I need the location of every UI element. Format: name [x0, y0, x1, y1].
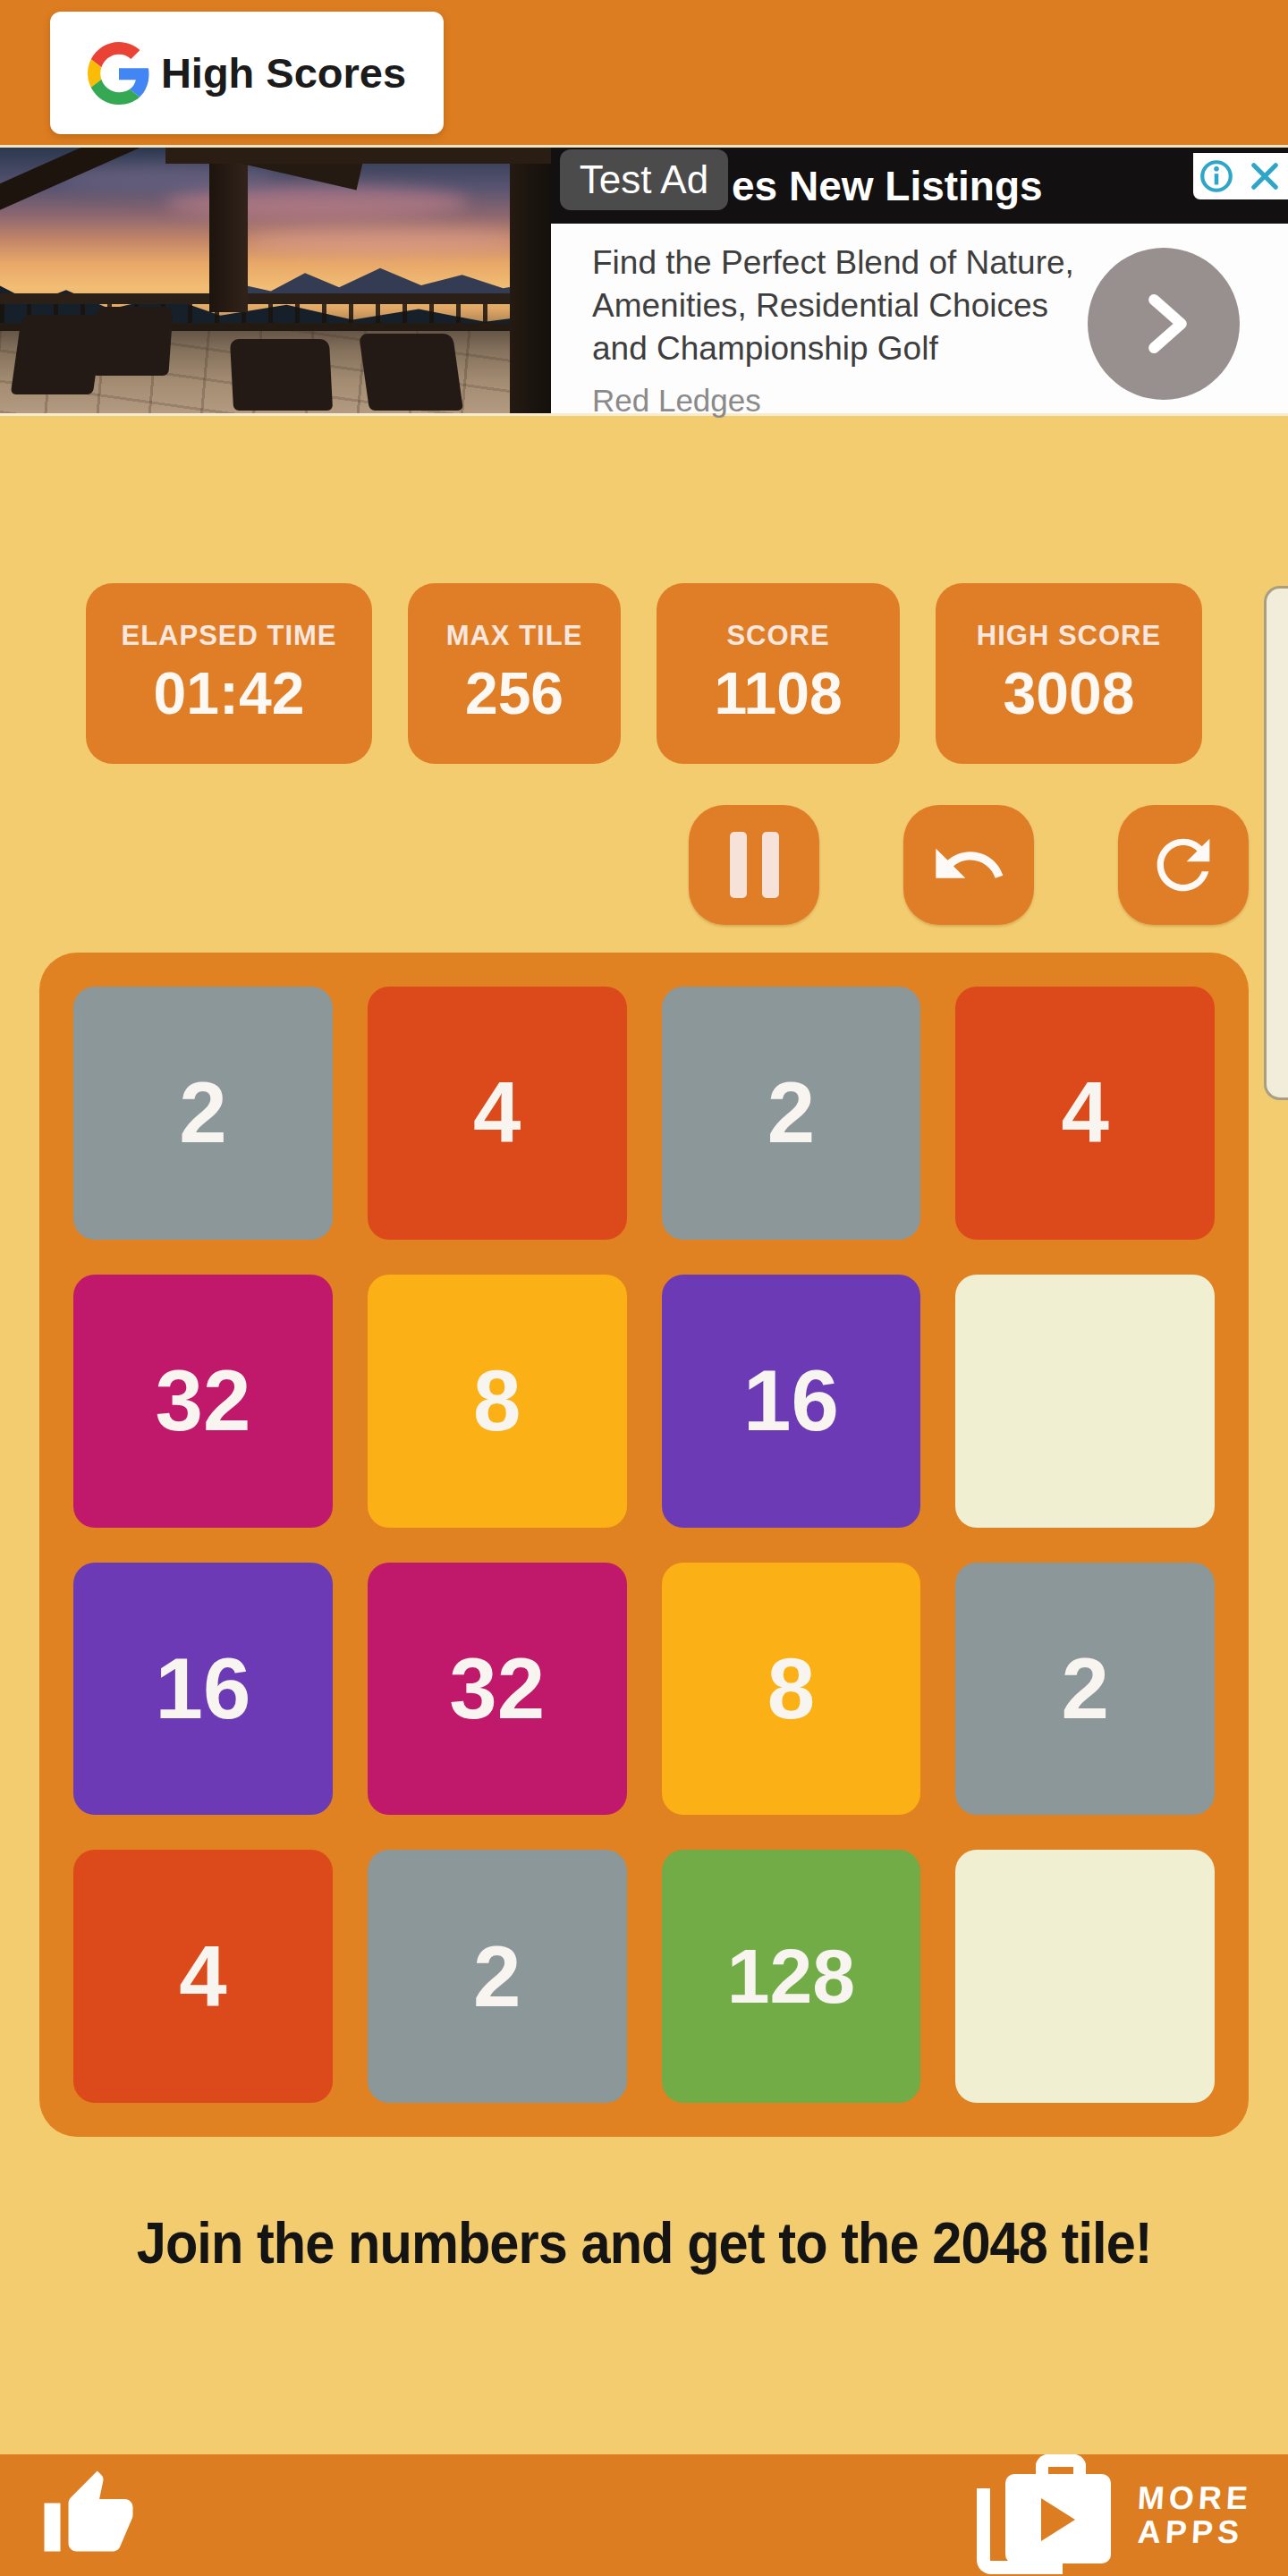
tile-4: 4 [955, 987, 1215, 1240]
test-ad-badge: Test Ad [560, 149, 728, 210]
tile-value: 4 [473, 1063, 521, 1162]
tile-value: 8 [473, 1352, 521, 1450]
ad-photo-pergola-beam [165, 148, 551, 164]
more-apps-line1: MORE [1137, 2481, 1253, 2515]
restart-button[interactable] [1118, 805, 1249, 925]
ad-photo [0, 148, 551, 413]
stat-value: 3008 [1004, 659, 1135, 727]
stat-label: SCORE [726, 620, 829, 652]
more-apps-line2: APPS [1137, 2515, 1253, 2549]
info-icon[interactable] [1198, 157, 1235, 195]
tile-16: 16 [662, 1275, 921, 1528]
stat-label: MAX TILE [446, 620, 583, 652]
tagline: Join the numbers and get to the 2048 til… [0, 2210, 1288, 2276]
restart-icon [1144, 826, 1223, 904]
tile-value: 32 [155, 1352, 250, 1450]
ad-photo-chair [91, 307, 174, 376]
chevron-right-icon [1125, 285, 1202, 362]
tagline-text: Join the numbers and get to the 2048 til… [136, 2210, 1151, 2276]
tile-value: 16 [743, 1352, 839, 1450]
tile-value: 2 [1061, 1640, 1108, 1738]
stat-value: 01:42 [154, 659, 305, 727]
ad-choices-chip [1193, 153, 1288, 199]
ad-headline: es New Listings [732, 162, 1043, 210]
bottom-bar: MORE APPS [0, 2454, 1288, 2576]
play-store-bag-icon [977, 2453, 1113, 2576]
ad-photo-railing [0, 293, 551, 304]
stat-max-tile: MAX TILE 256 [408, 583, 621, 764]
tile-8: 8 [368, 1275, 627, 1528]
stat-high-score: HIGH SCORE 3008 [936, 583, 1202, 764]
tile-2: 2 [955, 1563, 1215, 1816]
edge-panel-handle[interactable] [1264, 586, 1288, 1100]
high-scores-label: High Scores [150, 48, 417, 97]
google-g-icon [88, 42, 150, 105]
stat-value: 256 [465, 659, 563, 727]
more-apps-button[interactable]: MORE APPS [977, 2453, 1252, 2576]
tile-value: 2 [767, 1063, 815, 1162]
ad-cta-button[interactable] [1088, 248, 1240, 400]
tile-16: 16 [73, 1563, 333, 1816]
tile-value: 32 [449, 1640, 545, 1738]
stat-elapsed-time: ELAPSED TIME 01:42 [86, 583, 372, 764]
tile-value: 2 [473, 1928, 521, 2026]
tile-32: 32 [73, 1275, 333, 1528]
stat-label: HIGH SCORE [977, 620, 1161, 652]
controls-row [0, 805, 1249, 925]
undo-icon [929, 826, 1008, 904]
tile-8: 8 [662, 1563, 921, 1816]
ad-photo-chair [230, 339, 333, 411]
tile-empty [955, 1850, 1215, 2103]
ad-photo-pergola-post [209, 148, 248, 312]
board-grid[interactable]: 24243281616328242128 [39, 953, 1249, 2137]
thumbs-up-icon [40, 2467, 137, 2563]
tile-2: 2 [662, 987, 921, 1240]
tile-2: 2 [73, 987, 333, 1240]
top-bar: High Scores [0, 0, 1288, 145]
tile-value: 128 [727, 1932, 856, 2021]
tile-value: 2 [179, 1063, 226, 1162]
ad-content: es New Listings Test Ad Find the Perfect… [551, 148, 1288, 413]
ad-photo-chair [11, 315, 105, 394]
tile-32: 32 [368, 1563, 627, 1816]
stats-row: ELAPSED TIME 01:42 MAX TILE 256 SCORE 11… [0, 583, 1288, 764]
ad-photo-chair [358, 334, 462, 411]
ad-banner[interactable]: es New Listings Test Ad Find the Perfect… [0, 145, 1288, 416]
high-scores-button[interactable]: High Scores [50, 12, 444, 134]
tile-value: 4 [1061, 1063, 1108, 1162]
tile-value: 8 [767, 1640, 815, 1738]
undo-button[interactable] [903, 805, 1034, 925]
tile-value: 16 [155, 1640, 250, 1738]
close-icon[interactable] [1246, 157, 1284, 195]
ad-photo-pergola-post [510, 148, 551, 413]
tile-4: 4 [73, 1850, 333, 2103]
more-apps-label: MORE APPS [1138, 2481, 1252, 2549]
ad-photo-cloud [248, 227, 523, 254]
rate-like-button[interactable] [36, 2465, 141, 2565]
stat-label: ELAPSED TIME [121, 620, 336, 652]
tile-128: 128 [662, 1850, 921, 2103]
stat-score: SCORE 1108 [657, 583, 900, 764]
pause-button[interactable] [689, 805, 819, 925]
tile-2: 2 [368, 1850, 627, 2103]
tile-value: 4 [179, 1928, 226, 2026]
pause-icon [730, 832, 779, 898]
tile-4: 4 [368, 987, 627, 1240]
stat-value: 1108 [714, 659, 842, 727]
tile-empty [955, 1275, 1215, 1528]
